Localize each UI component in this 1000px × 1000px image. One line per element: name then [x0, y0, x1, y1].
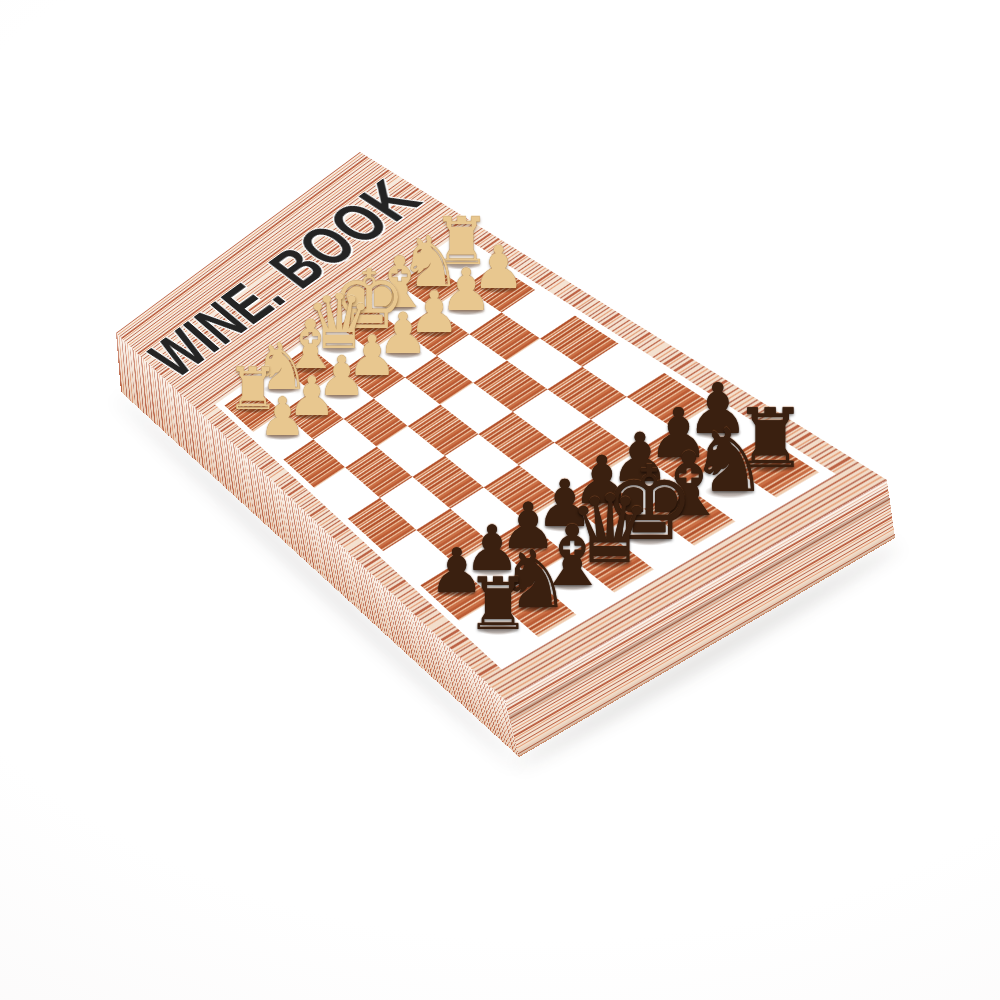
piece-glyph: ♟	[259, 391, 306, 444]
piece-glyph: ♜	[466, 568, 531, 640]
product-photo-scene: WINE. BOOK ♜♞♝♛♚♝♞♜♟♟♟♟♟♟♟♟♟♟♟♟♟♟♟♟♜♞♝♛♚…	[0, 0, 1000, 1000]
